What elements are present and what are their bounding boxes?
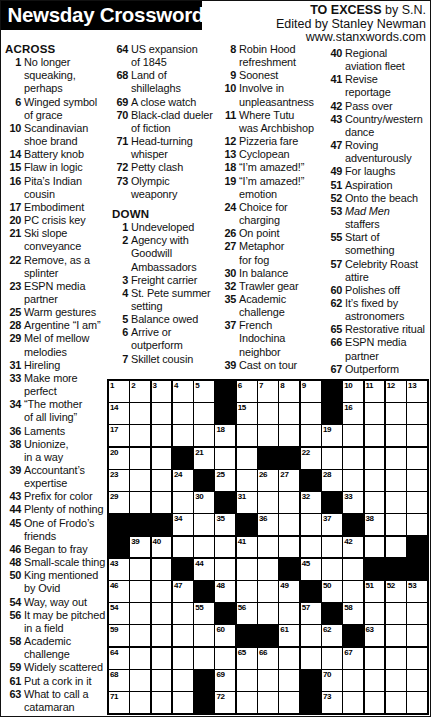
grid-cell-r1c2[interactable]: 2 <box>130 381 150 402</box>
grid-cell-r13c8[interactable]: 66 <box>258 648 278 669</box>
grid-cell-r8c9[interactable] <box>279 537 299 558</box>
grid-cell-r7c11[interactable]: 37 <box>322 514 342 535</box>
grid-cell-r11c9[interactable] <box>279 603 299 624</box>
black-square <box>194 470 214 491</box>
grid-cell-r11c2[interactable] <box>130 603 150 624</box>
grid-cell-r2c7[interactable]: 15 <box>237 403 257 424</box>
grid-cell-r10c8[interactable] <box>258 581 278 602</box>
clue-text: Trawler gear <box>239 280 327 293</box>
grid-cell-r4c2[interactable] <box>130 448 150 469</box>
clue-text: For laughs <box>345 165 430 178</box>
clue-text: Cyclopean <box>239 148 327 161</box>
grid-cell-r6c9[interactable] <box>279 492 299 513</box>
grid-cell-r1c10[interactable]: 9 <box>301 381 321 402</box>
black-square <box>279 559 299 580</box>
grid-cell-r4c7[interactable] <box>237 448 257 469</box>
grid-cell-r8c5[interactable] <box>194 537 214 558</box>
grid-cell-r15c8[interactable] <box>258 692 278 713</box>
grid-cell-r13c5[interactable] <box>194 648 214 669</box>
grid-cell-r9c12[interactable] <box>343 559 363 580</box>
grid-cell-r7c13[interactable]: 38 <box>365 514 385 535</box>
clue-number: 22 <box>5 254 24 280</box>
black-square <box>407 559 427 580</box>
cell-number: 57 <box>302 603 310 612</box>
grid-cell-r11c15[interactable] <box>407 603 427 624</box>
clue-down-12: 12Pizzeria fare <box>220 135 327 148</box>
grid-cell-r14c11[interactable]: 70 <box>322 670 342 691</box>
grid-cell-r6c7[interactable]: 31 <box>237 492 257 513</box>
grid-cell-r13c2[interactable] <box>130 648 150 669</box>
grid-cell-r13c7[interactable]: 65 <box>237 648 257 669</box>
grid-cell-r9c6[interactable] <box>215 559 235 580</box>
grid-cell-r15c2[interactable] <box>130 692 150 713</box>
cell-number: 49 <box>280 581 288 590</box>
grid-cell-r9c11[interactable] <box>322 559 342 580</box>
grid-cell-r2c9[interactable] <box>279 403 299 424</box>
clue-text: Unionize, in a way <box>24 438 107 464</box>
grid-cell-r3c13[interactable] <box>365 425 385 446</box>
cell-number: 65 <box>238 648 246 657</box>
grid-cell-r14c12[interactable] <box>343 670 363 691</box>
grid-cell-r3c1[interactable]: 17 <box>109 425 129 446</box>
clue-text: PC crisis key <box>24 214 107 227</box>
clue-across-1: 1No longer squeaking, perhaps <box>5 56 107 95</box>
clue-text: Freight carrier <box>131 274 217 287</box>
grid-cell-r10c11[interactable]: 50 <box>322 581 342 602</box>
clue-column-4: 40Regional aviation fleet41Revise report… <box>326 47 430 376</box>
grid-cell-r9c5[interactable]: 44 <box>194 559 214 580</box>
clue-number: 14 <box>5 148 24 161</box>
grid-cell-r4c12[interactable] <box>343 448 363 469</box>
grid-cell-r1c8[interactable]: 7 <box>258 381 278 402</box>
grid-cell-r1c14[interactable]: 12 <box>386 381 406 402</box>
grid-cell-r10c2[interactable] <box>130 581 150 602</box>
clue-across-64: 64US expansion of 1845 <box>112 43 217 69</box>
grid-cell-r13c13[interactable] <box>365 648 385 669</box>
clue-down-67: 67Outperform <box>326 363 430 376</box>
grid-cell-r12c2[interactable] <box>130 625 150 646</box>
grid-cell-r6c15[interactable] <box>407 492 427 513</box>
clue-across-6: 6Winged symbol of grace <box>5 96 107 122</box>
clue-across-31: 31Hireling <box>5 359 107 372</box>
cell-number: 40 <box>153 537 161 546</box>
clue-number: 2 <box>112 234 131 273</box>
grid-cell-r4c15[interactable] <box>407 448 427 469</box>
black-square <box>215 403 235 424</box>
grid-cell-r2c12[interactable]: 16 <box>343 403 363 424</box>
grid-cell-r11c1[interactable]: 54 <box>109 603 129 624</box>
grid-cell-r5c2[interactable] <box>130 470 150 491</box>
grid-cell-r3c11[interactable]: 19 <box>322 425 342 446</box>
grid-cell-r8c3[interactable]: 40 <box>152 537 172 558</box>
grid-cell-r2c15[interactable] <box>407 403 427 424</box>
grid-cell-r2c5[interactable] <box>194 403 214 424</box>
grid-cell-r4c5[interactable]: 21 <box>194 448 214 469</box>
clue-number: 61 <box>5 675 24 688</box>
grid-cell-r9c7[interactable] <box>237 559 257 580</box>
grid-cell-r1c1[interactable]: 1 <box>109 381 129 402</box>
grid-cell-r3c12[interactable] <box>343 425 363 446</box>
grid-cell-r15c13[interactable] <box>365 692 385 713</box>
grid-cell-r12c10[interactable] <box>301 625 321 646</box>
grid-cell-r10c13[interactable]: 51 <box>365 581 385 602</box>
clue-number: 1 <box>112 221 131 234</box>
grid-cell-r11c14[interactable] <box>386 603 406 624</box>
grid-cell-r8c8[interactable] <box>258 537 278 558</box>
grid-cell-r9c8[interactable] <box>258 559 278 580</box>
grid-cell-r4c6[interactable] <box>215 448 235 469</box>
grid-cell-r3c4[interactable] <box>173 425 193 446</box>
grid-cell-r12c1[interactable]: 59 <box>109 625 129 646</box>
grid-cell-r5c12[interactable] <box>343 470 363 491</box>
grid-cell-r14c7[interactable] <box>237 670 257 691</box>
grid-cell-r2c2[interactable] <box>130 403 150 424</box>
grid-cell-r10c15[interactable]: 53 <box>407 581 427 602</box>
grid-cell-r15c14[interactable] <box>386 692 406 713</box>
clue-number: 43 <box>326 113 345 139</box>
grid-cell-r13c1[interactable]: 64 <box>109 648 129 669</box>
grid-cell-r8c10[interactable] <box>301 537 321 558</box>
grid-cell-r4c1[interactable]: 20 <box>109 448 129 469</box>
clue-down-9: 9Soonest <box>220 69 327 82</box>
clue-text: Regional aviation fleet <box>345 47 430 73</box>
grid-cell-r13c12[interactable]: 67 <box>343 648 363 669</box>
clue-number: 63 <box>5 688 24 714</box>
clue-text: Scandinavian shoe brand <box>24 122 107 148</box>
grid-cell-r7c14[interactable] <box>386 514 406 535</box>
clue-number: 6 <box>5 96 24 122</box>
clue-number: 26 <box>220 227 239 240</box>
clue-text: Country/western dance <box>345 113 430 139</box>
clue-number: 13 <box>220 148 239 161</box>
clue-text: Choice for charging <box>239 201 327 227</box>
clue-across-33: 33Make more perfect <box>5 372 107 398</box>
grid-cell-r12c11[interactable]: 62 <box>322 625 342 646</box>
grid-cell-r6c12[interactable]: 33 <box>343 492 363 513</box>
clue-text: Battery knob <box>24 148 107 161</box>
clue-text: Robin Hood refreshment <box>239 43 327 69</box>
grid-cell-r11c13[interactable] <box>365 603 385 624</box>
clue-across-28: 28Argentine “I am” <box>5 319 107 332</box>
grid-cell-r7c5[interactable] <box>194 514 214 535</box>
grid-cell-r14c14[interactable] <box>386 670 406 691</box>
clue-text: Black-clad dueler of fiction <box>131 109 217 135</box>
grid-cell-r10c7[interactable] <box>237 581 257 602</box>
clue-text: Accountant’s expertise <box>24 464 107 490</box>
clue-number: 8 <box>220 43 239 69</box>
grid-cell-r9c3[interactable] <box>152 559 172 580</box>
grid-cell-r1c5[interactable]: 5 <box>194 381 214 402</box>
cell-number: 29 <box>110 492 118 501</box>
grid-cell-r12c9[interactable]: 61 <box>279 625 299 646</box>
grid-cell-r6c14[interactable] <box>386 492 406 513</box>
grid-cell-r7c4[interactable]: 34 <box>173 514 193 535</box>
grid-cell-r2c14[interactable] <box>386 403 406 424</box>
clue-across-20: 20PC crisis key <box>5 214 107 227</box>
grid-cell-r3c8[interactable] <box>258 425 278 446</box>
grid-cell-r8c7[interactable]: 41 <box>237 537 257 558</box>
grid-cell-r7c10[interactable] <box>301 514 321 535</box>
clue-number: 58 <box>5 635 24 661</box>
grid-cell-r14c13[interactable] <box>365 670 385 691</box>
grid-cell-r6c4[interactable] <box>173 492 193 513</box>
grid-cell-r11c12[interactable]: 58 <box>343 603 363 624</box>
grid-cell-r10c4[interactable]: 47 <box>173 581 193 602</box>
grid-cell-r5c6[interactable]: 25 <box>215 470 235 491</box>
clue-down-24: 24Choice for charging <box>220 201 327 227</box>
grid-cell-r7c9[interactable] <box>279 514 299 535</box>
cell-number: 1 <box>110 381 114 390</box>
grid-cell-r8c14[interactable] <box>386 537 406 558</box>
clue-number: 17 <box>5 201 24 214</box>
grid-cell-r10c12[interactable] <box>343 581 363 602</box>
grid-cell-r4c11[interactable] <box>322 448 342 469</box>
grid-cell-r5c13[interactable] <box>365 470 385 491</box>
clue-number: 41 <box>326 73 345 99</box>
grid-cell-r14c9[interactable] <box>279 670 299 691</box>
grid-cell-r11c7[interactable]: 56 <box>237 603 257 624</box>
grid-cell-r12c13[interactable]: 63 <box>365 625 385 646</box>
cell-number: 71 <box>110 692 118 701</box>
grid-cell-r11c4[interactable] <box>173 603 193 624</box>
grid-cell-r13c14[interactable] <box>386 648 406 669</box>
clue-number: 52 <box>326 192 345 205</box>
grid-cell-r14c8[interactable] <box>258 670 278 691</box>
cell-number: 47 <box>174 581 182 590</box>
grid-cell-r10c6[interactable]: 48 <box>215 581 235 602</box>
clue-text: Remove, as a splinter <box>24 254 107 280</box>
grid-cell-r15c6[interactable]: 72 <box>215 692 235 713</box>
grid-cell-r9c1[interactable]: 43 <box>109 559 129 580</box>
cell-number: 72 <box>216 692 224 701</box>
cell-number: 11 <box>366 381 374 390</box>
grid-cell-r15c1[interactable]: 71 <box>109 692 129 713</box>
grid-cell-r5c7[interactable] <box>237 470 257 491</box>
black-square <box>194 692 214 713</box>
grid-cell-r14c4[interactable] <box>173 670 193 691</box>
grid-cell-r6c2[interactable] <box>130 492 150 513</box>
grid-cell-r5c9[interactable]: 27 <box>279 470 299 491</box>
black-square <box>301 470 321 491</box>
grid-cell-r15c12[interactable] <box>343 692 363 713</box>
grid-cell-r12c4[interactable] <box>173 625 193 646</box>
clue-text: Aspiration <box>345 179 430 192</box>
grid-cell-r6c10[interactable]: 32 <box>301 492 321 513</box>
grid-cell-r6c3[interactable] <box>152 492 172 513</box>
grid-cell-r12c6[interactable]: 60 <box>215 625 235 646</box>
grid-cell-r2c10[interactable] <box>301 403 321 424</box>
clue-number: 72 <box>112 161 131 174</box>
grid-cell-r6c13[interactable] <box>365 492 385 513</box>
clue-down-32: 32Trawler gear <box>220 280 327 293</box>
grid-cell-r13c9[interactable] <box>279 648 299 669</box>
clue-across-23: 23ESPN media partner <box>5 280 107 306</box>
grid-cell-r4c14[interactable] <box>386 448 406 469</box>
clue-down-4: 4St. Pete summer setting <box>112 287 217 313</box>
clue-text: “The mother of all living” <box>24 398 107 424</box>
clue-text: Way, way out <box>24 596 107 609</box>
grid-cell-r10c3[interactable] <box>152 581 172 602</box>
clue-text: Outperform <box>345 363 430 376</box>
grid-cell-r7c15[interactable] <box>407 514 427 535</box>
black-square <box>173 448 193 469</box>
grid-cell-r1c7[interactable]: 6 <box>237 381 257 402</box>
grid-cell-r9c2[interactable] <box>130 559 150 580</box>
grid-cell-r15c4[interactable] <box>173 692 193 713</box>
grid-cell-r5c1[interactable]: 23 <box>109 470 129 491</box>
clue-down-13: 13Cyclopean <box>220 148 327 161</box>
clue-text: Flaw in logic <box>24 161 107 174</box>
grid-cell-r3c6[interactable]: 18 <box>215 425 235 446</box>
grid-cell-r3c5[interactable] <box>194 425 214 446</box>
grid-cell-r11c10[interactable]: 57 <box>301 603 321 624</box>
grid-cell-r12c5[interactable] <box>194 625 214 646</box>
grid-cell-r13c3[interactable] <box>152 648 172 669</box>
grid-cell-r8c12[interactable]: 42 <box>343 537 363 558</box>
clue-down-5: 5Balance owed <box>112 313 217 326</box>
grid-cell-r14c2[interactable] <box>130 670 150 691</box>
black-square <box>365 559 385 580</box>
cell-number: 23 <box>110 470 118 479</box>
grid-cell-r3c3[interactable] <box>152 425 172 446</box>
black-square <box>322 381 342 402</box>
cell-number: 24 <box>174 470 182 479</box>
grid-cell-r6c1[interactable]: 29 <box>109 492 129 513</box>
black-square <box>258 625 278 646</box>
grid-cell-r5c4[interactable]: 24 <box>173 470 193 491</box>
clue-across-17: 17Embodiment <box>5 201 107 214</box>
grid-cell-r14c6[interactable]: 69 <box>215 670 235 691</box>
grid-cell-r10c1[interactable]: 46 <box>109 581 129 602</box>
grid-cell-r12c15[interactable] <box>407 625 427 646</box>
grid-cell-r1c4[interactable]: 4 <box>173 381 193 402</box>
grid-cell-r2c13[interactable] <box>365 403 385 424</box>
grid-cell-r12c3[interactable] <box>152 625 172 646</box>
cell-number: 15 <box>238 403 246 412</box>
grid-cell-r11c3[interactable] <box>152 603 172 624</box>
clue-number: 27 <box>220 240 239 266</box>
grid-cell-r5c8[interactable]: 26 <box>258 470 278 491</box>
grid-cell-r2c8[interactable] <box>258 403 278 424</box>
grid-cell-r3c10[interactable] <box>301 425 321 446</box>
grid-cell-r14c3[interactable] <box>152 670 172 691</box>
cell-number: 63 <box>366 625 374 634</box>
grid-cell-r15c15[interactable] <box>407 692 427 713</box>
grid-cell-r1c12[interactable]: 10 <box>343 381 363 402</box>
grid-cell-r5c15[interactable] <box>407 470 427 491</box>
grid-cell-r9c10[interactable]: 45 <box>301 559 321 580</box>
grid-cell-r2c1[interactable]: 14 <box>109 403 129 424</box>
grid-cell-r1c3[interactable]: 3 <box>152 381 172 402</box>
grid-cell-r2c3[interactable] <box>152 403 172 424</box>
grid-cell-r12c14[interactable] <box>386 625 406 646</box>
puzzle-title: TO EXCESS <box>310 3 381 17</box>
grid-cell-r13c6[interactable] <box>215 648 235 669</box>
grid-cell-r5c14[interactable] <box>386 470 406 491</box>
cell-number: 60 <box>216 625 224 634</box>
grid-cell-r8c4[interactable] <box>173 537 193 558</box>
black-square <box>215 603 235 624</box>
grid-cell-r3c7[interactable] <box>237 425 257 446</box>
grid-cell-r4c10[interactable]: 22 <box>301 448 321 469</box>
grid-cell-r4c3[interactable] <box>152 448 172 469</box>
black-square <box>343 514 363 535</box>
grid-cell-r10c9[interactable]: 49 <box>279 581 299 602</box>
clue-down-30: 30In balance <box>220 267 327 280</box>
grid-cell-r13c11[interactable] <box>322 648 342 669</box>
cell-number: 16 <box>344 403 352 412</box>
grid-cell-r4c13[interactable] <box>365 448 385 469</box>
grid-cell-r8c13[interactable] <box>365 537 385 558</box>
grid-cell-r3c14[interactable] <box>386 425 406 446</box>
grid-cell-r5c3[interactable] <box>152 470 172 491</box>
grid-cell-r7c8[interactable]: 36 <box>258 514 278 535</box>
clue-text: Revise reportage <box>345 73 430 99</box>
clue-across-15: 15Flaw in logic <box>5 161 107 174</box>
clue-text: Where Tutu was Archbishop <box>239 109 327 135</box>
black-square <box>279 448 299 469</box>
clue-text: ESPN media partner <box>24 280 107 306</box>
grid-cell-r3c15[interactable] <box>407 425 427 446</box>
grid-cell-r1c9[interactable]: 8 <box>279 381 299 402</box>
grid-cell-r8c6[interactable] <box>215 537 235 558</box>
grid-cell-r3c9[interactable] <box>279 425 299 446</box>
clue-number: 46 <box>5 543 24 556</box>
grid-cell-r8c2[interactable]: 39 <box>130 537 150 558</box>
clue-text: In balance <box>239 267 327 280</box>
grid-cell-r1c13[interactable]: 11 <box>365 381 385 402</box>
grid-cell-r15c9[interactable] <box>279 692 299 713</box>
grid-cell-r6c5[interactable]: 30 <box>194 492 214 513</box>
grid-cell-r11c5[interactable]: 55 <box>194 603 214 624</box>
clue-text: Mel of mellow melodies <box>24 332 107 358</box>
grid-cell-r7c6[interactable]: 35 <box>215 514 235 535</box>
clue-number: 10 <box>5 122 24 148</box>
grid-cell-r15c7[interactable] <box>237 692 257 713</box>
grid-cell-r15c11[interactable]: 73 <box>322 692 342 713</box>
clue-down-53: 53Mad Men staffers <box>326 205 430 231</box>
grid-cell-r14c15[interactable] <box>407 670 427 691</box>
clue-number: 28 <box>5 319 24 332</box>
grid-cell-r14c1[interactable]: 68 <box>109 670 129 691</box>
grid-cell-r5c11[interactable]: 28 <box>322 470 342 491</box>
grid-cell-r3c2[interactable] <box>130 425 150 446</box>
cell-number: 43 <box>110 559 118 568</box>
clue-text: Widely scattered <box>24 661 107 674</box>
grid-cell-r15c3[interactable] <box>152 692 172 713</box>
clue-down-6: 6Arrive or outperform <box>112 326 217 352</box>
grid-cell-r10c14[interactable]: 52 <box>386 581 406 602</box>
grid-cell-r13c15[interactable] <box>407 648 427 669</box>
grid-cell-r13c4[interactable] <box>173 648 193 669</box>
clue-down-60: 60Polishes off <box>326 284 430 297</box>
cell-number: 59 <box>110 625 118 634</box>
grid-cell-r11c8[interactable] <box>258 603 278 624</box>
grid-cell-r13c10[interactable] <box>301 648 321 669</box>
cell-number: 12 <box>387 381 395 390</box>
cell-number: 48 <box>216 581 224 590</box>
grid-cell-r8c11[interactable] <box>322 537 342 558</box>
grid-cell-r1c15[interactable]: 13 <box>407 381 427 402</box>
black-square <box>301 692 321 713</box>
grid-cell-r6c8[interactable] <box>258 492 278 513</box>
cell-number: 13 <box>408 381 416 390</box>
grid-cell-r2c4[interactable] <box>173 403 193 424</box>
clue-text: Arrive or outperform <box>131 326 217 352</box>
clue-down-11: 11Where Tutu was Archbishop <box>220 109 327 135</box>
black-square <box>130 514 150 535</box>
cell-number: 73 <box>323 692 331 701</box>
